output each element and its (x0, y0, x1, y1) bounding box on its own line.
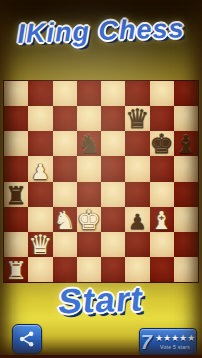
square-a2 (4, 232, 28, 257)
piece-wB-g3: ♝ (150, 208, 172, 233)
rating-caption: Vote 5 stars (160, 344, 190, 350)
square-c1 (53, 257, 77, 282)
square-f3: ♟ (125, 207, 149, 232)
rating-number: 7 (141, 332, 152, 352)
square-h3 (174, 207, 198, 232)
rating-stars: ★★★★★ (155, 334, 195, 343)
app-screen: IKing Chess ♛♞♚♝♟♜♞♚♟♝♛♜ Start 7 ★★★★★ V… (0, 0, 202, 358)
piece-wN-c3: ♞ (53, 208, 75, 233)
square-g7 (150, 106, 174, 131)
piece-bB-h6: ♝ (175, 132, 197, 157)
piece-wR-a1: ♜ (5, 259, 27, 283)
piece-wQ-b2: ♛ (28, 231, 52, 258)
square-d4 (77, 182, 101, 207)
piece-wK-d3: ♚ (77, 206, 101, 233)
square-a7 (4, 106, 28, 131)
square-e6 (101, 131, 125, 156)
square-e5 (101, 156, 125, 181)
square-b8 (28, 81, 52, 106)
square-f7: ♛ (125, 106, 149, 131)
chess-board[interactable]: ♛♞♚♝♟♜♞♚♟♝♛♜ (3, 80, 199, 283)
square-g6: ♚ (150, 131, 174, 156)
square-a8 (4, 81, 28, 106)
square-d7 (77, 106, 101, 131)
piece-bK-g6: ♚ (150, 130, 174, 157)
square-e2 (101, 232, 125, 257)
square-a4: ♜ (4, 182, 28, 207)
start-button[interactable]: Start (0, 276, 202, 323)
square-a5 (4, 156, 28, 181)
square-e3 (101, 207, 125, 232)
piece-bQ-f7: ♛ (125, 105, 149, 132)
piece-bP-f3: ♟ (128, 212, 147, 233)
square-g4 (150, 182, 174, 207)
square-b5: ♟ (28, 156, 52, 181)
square-f4 (125, 182, 149, 207)
square-d2 (77, 232, 101, 257)
square-e8 (101, 81, 125, 106)
square-a3 (4, 207, 28, 232)
square-c2 (53, 232, 77, 257)
square-c8 (53, 81, 77, 106)
square-f6 (125, 131, 149, 156)
square-b1 (28, 257, 52, 282)
piece-wP-b5: ♟ (31, 162, 50, 183)
rate-app-button[interactable]: 7 ★★★★★ Vote 5 stars (139, 328, 197, 355)
square-e4 (101, 182, 125, 207)
square-h7 (174, 106, 198, 131)
square-h8 (174, 81, 198, 106)
square-d8 (77, 81, 101, 106)
square-f5 (125, 156, 149, 181)
square-d6: ♞ (77, 131, 101, 156)
square-a6 (4, 131, 28, 156)
square-c4 (53, 182, 77, 207)
share-icon (18, 330, 36, 348)
square-g5 (150, 156, 174, 181)
square-e1 (101, 257, 125, 282)
square-g2 (150, 232, 174, 257)
piece-bN-d6: ♞ (78, 132, 100, 157)
piece-bR-a4: ♜ (5, 184, 27, 208)
square-b6 (28, 131, 52, 156)
square-h6: ♝ (174, 131, 198, 156)
square-d5 (77, 156, 101, 181)
square-b4 (28, 182, 52, 207)
app-title: IKing Chess (0, 12, 202, 50)
square-c5 (53, 156, 77, 181)
square-c3: ♞ (53, 207, 77, 232)
square-f8 (125, 81, 149, 106)
square-a1: ♜ (4, 257, 28, 282)
share-button[interactable] (12, 324, 42, 354)
square-b3 (28, 207, 52, 232)
square-e7 (101, 106, 125, 131)
square-b7 (28, 106, 52, 131)
square-h2 (174, 232, 198, 257)
square-h4 (174, 182, 198, 207)
square-g8 (150, 81, 174, 106)
square-d1 (77, 257, 101, 282)
square-c7 (53, 106, 77, 131)
square-g3: ♝ (150, 207, 174, 232)
square-f2 (125, 232, 149, 257)
square-b2: ♛ (28, 232, 52, 257)
square-c6 (53, 131, 77, 156)
square-d3: ♚ (77, 207, 101, 232)
square-h5 (174, 156, 198, 181)
